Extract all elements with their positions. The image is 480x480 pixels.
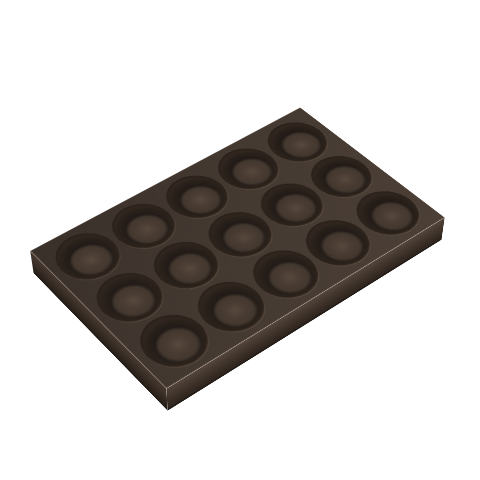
scene-3d (0, 0, 480, 480)
cavity-r2-c2 (141, 233, 232, 299)
product-photo (0, 0, 480, 480)
muffin-tray (30, 107, 445, 388)
